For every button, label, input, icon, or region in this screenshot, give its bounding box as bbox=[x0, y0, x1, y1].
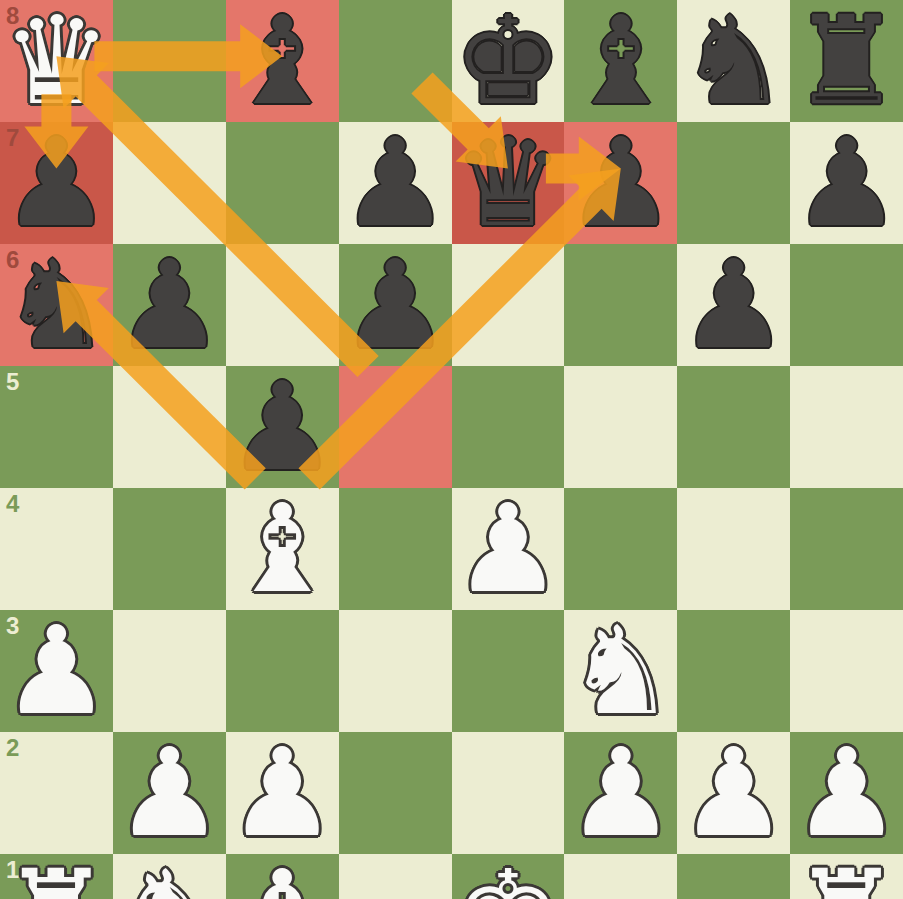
square-f4[interactable] bbox=[564, 488, 677, 610]
square-h8[interactable]: ♜ bbox=[790, 0, 903, 122]
rank-label-4: 4 bbox=[6, 492, 19, 516]
square-h7[interactable]: ♟ bbox=[790, 122, 903, 244]
square-h3[interactable] bbox=[790, 610, 903, 732]
square-b4[interactable] bbox=[113, 488, 226, 610]
square-b8[interactable] bbox=[113, 0, 226, 122]
square-f7[interactable]: ♟ bbox=[564, 122, 677, 244]
square-f2[interactable]: ♟ bbox=[564, 732, 677, 854]
square-e8[interactable]: ♚ bbox=[452, 0, 565, 122]
square-a7[interactable]: 7♟ bbox=[0, 122, 113, 244]
square-g3[interactable] bbox=[677, 610, 790, 732]
square-h4[interactable] bbox=[790, 488, 903, 610]
chess-board: 8♛♝♚♝♞♜7♟♟♛♟♟6♞♟♟♟5♟4♝♟3♟♞2♟♟♟♟♟1a♜b♞c♝d… bbox=[0, 0, 903, 899]
square-f3[interactable]: ♞ bbox=[564, 610, 677, 732]
black-rook-piece[interactable]: ♜ bbox=[792, 0, 901, 122]
square-g2[interactable]: ♟ bbox=[677, 732, 790, 854]
black-knight-piece[interactable]: ♞ bbox=[2, 244, 111, 366]
square-a3[interactable]: 3♟ bbox=[0, 610, 113, 732]
square-c4[interactable]: ♝ bbox=[226, 488, 339, 610]
white-knight-piece[interactable]: ♞ bbox=[115, 854, 224, 899]
square-d1[interactable]: d bbox=[339, 854, 452, 899]
square-f6[interactable] bbox=[564, 244, 677, 366]
square-b7[interactable] bbox=[113, 122, 226, 244]
square-a2[interactable]: 2 bbox=[0, 732, 113, 854]
square-e7[interactable]: ♛ bbox=[452, 122, 565, 244]
square-b5[interactable] bbox=[113, 366, 226, 488]
square-c2[interactable]: ♟ bbox=[226, 732, 339, 854]
square-d5[interactable] bbox=[339, 366, 452, 488]
black-king-piece[interactable]: ♚ bbox=[453, 0, 562, 122]
black-pawn-piece[interactable]: ♟ bbox=[566, 122, 675, 244]
white-bishop-piece[interactable]: ♝ bbox=[228, 854, 337, 899]
black-pawn-piece[interactable]: ♟ bbox=[340, 122, 449, 244]
square-a8[interactable]: 8♛ bbox=[0, 0, 113, 122]
square-b3[interactable] bbox=[113, 610, 226, 732]
square-a5[interactable]: 5 bbox=[0, 366, 113, 488]
square-d6[interactable]: ♟ bbox=[339, 244, 452, 366]
square-d4[interactable] bbox=[339, 488, 452, 610]
square-a4[interactable]: 4 bbox=[0, 488, 113, 610]
square-e3[interactable] bbox=[452, 610, 565, 732]
square-b1[interactable]: b♞ bbox=[113, 854, 226, 899]
square-c1[interactable]: c♝ bbox=[226, 854, 339, 899]
white-rook-piece[interactable]: ♜ bbox=[2, 854, 111, 899]
square-e2[interactable] bbox=[452, 732, 565, 854]
square-g4[interactable] bbox=[677, 488, 790, 610]
square-c5[interactable]: ♟ bbox=[226, 366, 339, 488]
square-e1[interactable]: e♚ bbox=[452, 854, 565, 899]
square-e6[interactable] bbox=[452, 244, 565, 366]
square-h6[interactable] bbox=[790, 244, 903, 366]
square-h1[interactable]: h♜ bbox=[790, 854, 903, 899]
white-pawn-piece[interactable]: ♟ bbox=[115, 732, 224, 854]
black-queen-piece[interactable]: ♛ bbox=[453, 122, 562, 244]
black-pawn-piece[interactable]: ♟ bbox=[115, 244, 224, 366]
square-d7[interactable]: ♟ bbox=[339, 122, 452, 244]
square-c6[interactable] bbox=[226, 244, 339, 366]
black-pawn-piece[interactable]: ♟ bbox=[340, 244, 449, 366]
black-knight-piece[interactable]: ♞ bbox=[679, 0, 788, 122]
square-b6[interactable]: ♟ bbox=[113, 244, 226, 366]
square-e5[interactable] bbox=[452, 366, 565, 488]
square-h2[interactable]: ♟ bbox=[790, 732, 903, 854]
white-knight-piece[interactable]: ♞ bbox=[566, 610, 675, 732]
black-bishop-piece[interactable]: ♝ bbox=[566, 0, 675, 122]
square-f5[interactable] bbox=[564, 366, 677, 488]
white-pawn-piece[interactable]: ♟ bbox=[679, 732, 788, 854]
square-g5[interactable] bbox=[677, 366, 790, 488]
black-pawn-piece[interactable]: ♟ bbox=[228, 366, 337, 488]
square-c8[interactable]: ♝ bbox=[226, 0, 339, 122]
white-bishop-piece[interactable]: ♝ bbox=[228, 488, 337, 610]
square-e4[interactable]: ♟ bbox=[452, 488, 565, 610]
black-bishop-piece[interactable]: ♝ bbox=[228, 0, 337, 122]
white-rook-piece[interactable]: ♜ bbox=[792, 854, 901, 899]
square-b2[interactable]: ♟ bbox=[113, 732, 226, 854]
square-d8[interactable] bbox=[339, 0, 452, 122]
square-g7[interactable] bbox=[677, 122, 790, 244]
square-c7[interactable] bbox=[226, 122, 339, 244]
square-f8[interactable]: ♝ bbox=[564, 0, 677, 122]
white-pawn-piece[interactable]: ♟ bbox=[792, 732, 901, 854]
square-c3[interactable] bbox=[226, 610, 339, 732]
white-queen-piece[interactable]: ♛ bbox=[2, 0, 111, 122]
square-d2[interactable] bbox=[339, 732, 452, 854]
black-pawn-piece[interactable]: ♟ bbox=[792, 122, 901, 244]
white-pawn-piece[interactable]: ♟ bbox=[453, 488, 562, 610]
white-pawn-piece[interactable]: ♟ bbox=[2, 610, 111, 732]
square-a1[interactable]: 1a♜ bbox=[0, 854, 113, 899]
square-a6[interactable]: 6♞ bbox=[0, 244, 113, 366]
black-pawn-piece[interactable]: ♟ bbox=[679, 244, 788, 366]
white-pawn-piece[interactable]: ♟ bbox=[228, 732, 337, 854]
square-g8[interactable]: ♞ bbox=[677, 0, 790, 122]
black-pawn-piece[interactable]: ♟ bbox=[2, 122, 111, 244]
white-king-piece[interactable]: ♚ bbox=[453, 854, 562, 899]
square-g6[interactable]: ♟ bbox=[677, 244, 790, 366]
white-pawn-piece[interactable]: ♟ bbox=[566, 732, 675, 854]
square-d3[interactable] bbox=[339, 610, 452, 732]
square-h5[interactable] bbox=[790, 366, 903, 488]
